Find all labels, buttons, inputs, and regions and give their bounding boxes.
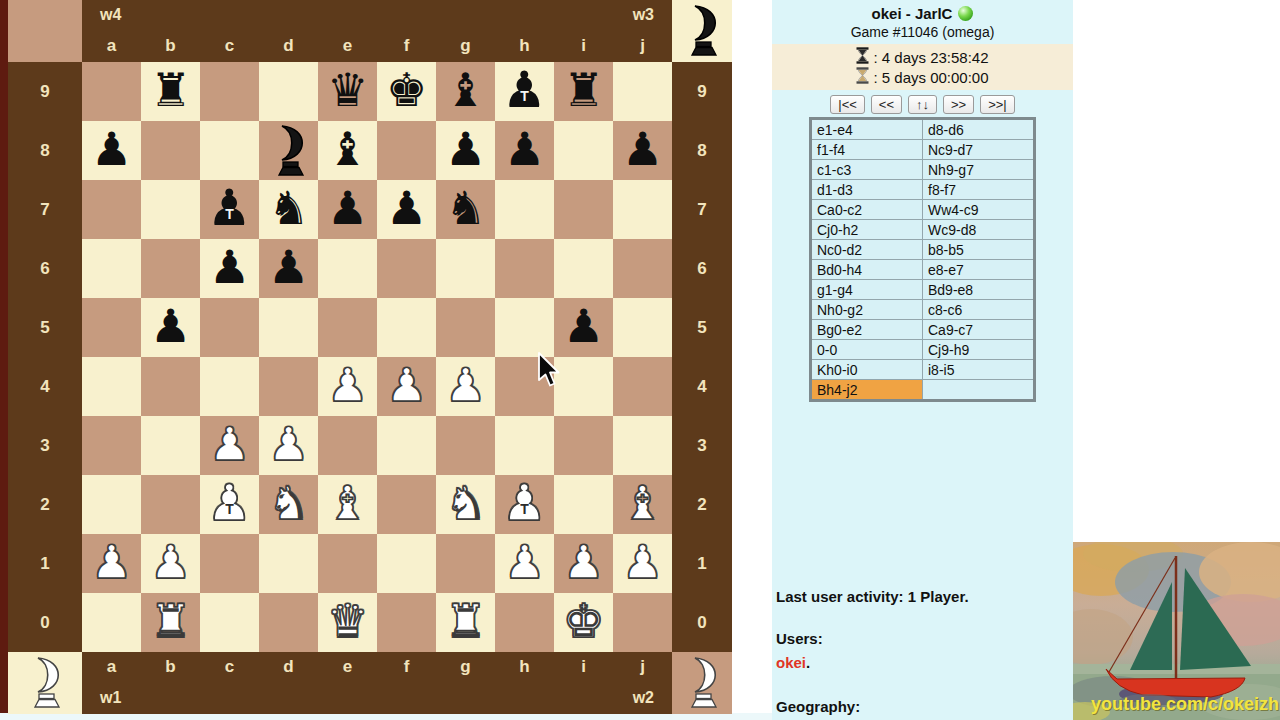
file-label-e: e (318, 657, 377, 677)
square-b3[interactable] (141, 416, 200, 475)
square-c4[interactable] (200, 357, 259, 416)
move-row-8: Bd0-h4e8-e7 (811, 260, 1035, 280)
square-j5[interactable] (613, 298, 672, 357)
square-i3[interactable] (554, 416, 613, 475)
piece-white-pawn[interactable]: ♟ (495, 534, 554, 593)
square-j7[interactable] (613, 180, 672, 239)
square-g3[interactable] (436, 416, 495, 475)
square-c2[interactable]: ♟T (200, 475, 259, 534)
piece-black-pawn[interactable]: ♟ (82, 121, 141, 180)
move-cell-Ww4-c9[interactable]: Ww4-c9 (923, 200, 1035, 220)
piece-white-pawn[interactable]: ♟ (82, 534, 141, 593)
piece-black-bishop[interactable]: ♝ (318, 121, 377, 180)
square-f2[interactable] (377, 475, 436, 534)
rank-label-3-right: 3 (672, 416, 732, 475)
piece-black-wizard[interactable] (259, 121, 318, 180)
square-e8[interactable]: ♝ (318, 121, 377, 180)
square-d1[interactable] (259, 534, 318, 593)
square-b8[interactable] (141, 121, 200, 180)
piece-white-king[interactable]: ♚ (554, 593, 613, 652)
square-g6[interactable] (436, 239, 495, 298)
square-f8[interactable] (377, 121, 436, 180)
file-label-g: g (436, 657, 495, 677)
square-i0[interactable]: ♚ (554, 593, 613, 652)
move-cell-g1-g4[interactable]: g1-g4 (811, 280, 923, 300)
square-a0[interactable] (82, 593, 141, 652)
square-b0[interactable]: ♜ (141, 593, 200, 652)
square-h7[interactable] (495, 180, 554, 239)
mouse-cursor-icon (537, 352, 563, 394)
square-w3[interactable] (672, 0, 732, 62)
square-c8[interactable] (200, 121, 259, 180)
rank-label-4-left: 4 (8, 357, 82, 416)
file-label-d: d (259, 36, 318, 56)
square-c1[interactable] (200, 534, 259, 593)
file-label-i: i (554, 36, 613, 56)
rank-label-9-left: 9 (8, 62, 82, 121)
piece-black-pawn[interactable]: ♟ (200, 239, 259, 298)
square-j8[interactable]: ♟ (613, 121, 672, 180)
corner-label-w3: w3 (633, 6, 654, 24)
square-g9[interactable]: ♝ (436, 62, 495, 121)
move-cell-e1-e4[interactable]: e1-e4 (811, 119, 923, 140)
piece-white-bishop[interactable]: ♝ (613, 475, 672, 534)
piece-black-pawn[interactable]: ♟ (141, 298, 200, 357)
piece-white-rook[interactable]: ♜ (436, 593, 495, 652)
piece-white-bishop[interactable]: ♝ (318, 475, 377, 534)
user-line-period: . (806, 654, 810, 671)
piece-black-knight[interactable]: ♞ (436, 180, 495, 239)
file-label-d: d (259, 657, 318, 677)
square-a7[interactable] (82, 180, 141, 239)
rank-label-1-right: 1 (672, 534, 732, 593)
hourglass-dark-icon (856, 47, 869, 67)
piece-black-bishop[interactable]: ♝ (436, 62, 495, 121)
piece-white-rook[interactable]: ♜ (141, 593, 200, 652)
move-row-10: Nh0-g2c8-c6 (811, 300, 1035, 320)
piece-white-pawn[interactable]: ♟ (200, 416, 259, 475)
square-j4[interactable] (613, 357, 672, 416)
square-d6[interactable]: ♟ (259, 239, 318, 298)
piece-white-pawn[interactable]: ♟ (613, 534, 672, 593)
move-navigation-bar: |<<<<↑↓>>>>| (772, 95, 1073, 114)
move-cell-b8-b5[interactable]: b8-b5 (923, 240, 1035, 260)
piece-black-pawn[interactable]: ♟ (613, 121, 672, 180)
move-row-3: c1-c3Nh9-g7 (811, 160, 1035, 180)
rank-label-7-left: 7 (8, 180, 82, 239)
rank-label-6-right: 6 (672, 239, 732, 298)
corner-label-w2: w2 (633, 689, 654, 707)
corner-label-w4: w4 (100, 6, 121, 24)
clocks-band: : 4 days 23:58:42 : 5 days 00:00:00 (772, 44, 1073, 90)
move-row-13: Kh0-i0i8-i5 (811, 360, 1035, 380)
piece-white-pawn[interactable]: ♟ (377, 357, 436, 416)
board-top-border: w4w3abcdefghij (82, 0, 672, 62)
nav-prev-button[interactable]: << (871, 95, 902, 114)
square-i6[interactable] (554, 239, 613, 298)
rank-label-2-left: 2 (8, 475, 82, 534)
online-status-icon (958, 6, 973, 21)
piece-white-champion[interactable]: ♟T (200, 475, 259, 534)
rank-label-8-left: 8 (8, 121, 82, 180)
rank-label-9-right: 9 (672, 62, 732, 121)
move-list-table: e1-e4d8-d6f1-f4Nc9-d7c1-c3Nh9-g7d1-d3f8-… (809, 117, 1036, 402)
square-c3[interactable]: ♟ (200, 416, 259, 475)
file-label-a: a (82, 36, 141, 56)
square-c6[interactable]: ♟ (200, 239, 259, 298)
move-cell-Cj0-h2[interactable]: Cj0-h2 (811, 220, 923, 240)
white-clock-row: : 4 days 23:58:42 (772, 47, 1073, 67)
user-okei-link[interactable]: okei (776, 654, 806, 671)
board-edge-strip (0, 0, 8, 713)
champion-T-mark: T (495, 89, 554, 103)
move-cell-Bh4-j2[interactable]: Bh4-j2 (811, 380, 923, 401)
square-a6[interactable] (82, 239, 141, 298)
file-labels-row: abcdefghij (82, 652, 672, 682)
users-label: Users: (776, 630, 823, 647)
rank-label-1-left: 1 (8, 534, 82, 593)
corner-label-w1: w1 (100, 689, 121, 707)
move-cell-Nc0-d2[interactable]: Nc0-d2 (811, 240, 923, 260)
square-c5[interactable] (200, 298, 259, 357)
square-f1[interactable] (377, 534, 436, 593)
move-cell-Nh9-g7[interactable]: Nh9-g7 (923, 160, 1035, 180)
square-h3[interactable] (495, 416, 554, 475)
square-i2[interactable] (554, 475, 613, 534)
piece-white-pawn[interactable]: ♟ (318, 357, 377, 416)
square-d4[interactable] (259, 357, 318, 416)
square-c0[interactable] (200, 593, 259, 652)
piece-white-pawn[interactable]: ♟ (259, 416, 318, 475)
square-e4[interactable]: ♟ (318, 357, 377, 416)
file-label-i: i (554, 657, 613, 677)
square-e7[interactable]: ♟ (318, 180, 377, 239)
square-g8[interactable]: ♟ (436, 121, 495, 180)
piece-black-knight[interactable]: ♞ (259, 180, 318, 239)
move-cell-Nc9-d7[interactable]: Nc9-d7 (923, 140, 1035, 160)
square-f4[interactable]: ♟ (377, 357, 436, 416)
square-a3[interactable] (82, 416, 141, 475)
move-cell-Cj9-h9[interactable]: Cj9-h9 (923, 340, 1035, 360)
piece-black-champion[interactable]: ♟T (495, 62, 554, 121)
square-e0[interactable]: ♛ (318, 593, 377, 652)
square-b4[interactable] (141, 357, 200, 416)
file-label-j: j (613, 657, 672, 677)
rank-label-4-right: 4 (672, 357, 732, 416)
piece-black-pawn[interactable]: ♟ (495, 121, 554, 180)
move-cell-e8-e7[interactable]: e8-e7 (923, 260, 1035, 280)
square-e1[interactable] (318, 534, 377, 593)
move-cell-Bd0-h4[interactable]: Bd0-h4 (811, 260, 923, 280)
square-i1[interactable]: ♟ (554, 534, 613, 593)
square-w2[interactable] (672, 652, 732, 714)
move-cell-Wc9-d8[interactable]: Wc9-d8 (923, 220, 1035, 240)
square-g1[interactable] (436, 534, 495, 593)
champion-T-mark: T (200, 502, 259, 516)
piece-white-pawn[interactable]: ♟ (436, 357, 495, 416)
move-row-2: f1-f4Nc9-d7 (811, 140, 1035, 160)
file-label-j: j (613, 36, 672, 56)
piece-black-rook[interactable]: ♜ (141, 62, 200, 121)
user-line: okei. (776, 654, 810, 671)
square-j6[interactable] (613, 239, 672, 298)
file-label-b: b (141, 36, 200, 56)
square-a2[interactable] (82, 475, 141, 534)
board-grid: w4w3abcdefghij9♜♛♚♝♟T♜98♟♝♟♟♟87♟T♞♟♟♞76♟… (8, 0, 732, 714)
square-d8[interactable] (259, 121, 318, 180)
move-cell-d1-d3[interactable]: d1-d3 (811, 180, 923, 200)
game-players-title: okei - JarlC (772, 0, 1073, 22)
square-b7[interactable] (141, 180, 200, 239)
move-cell-Bg0-e2[interactable]: Bg0-e2 (811, 320, 923, 340)
square-f6[interactable] (377, 239, 436, 298)
piece-white-knight[interactable]: ♞ (436, 475, 495, 534)
square-b5[interactable]: ♟ (141, 298, 200, 357)
nav-last-button[interactable]: >>| (980, 95, 1015, 114)
square-g5[interactable] (436, 298, 495, 357)
piece-white-wizard[interactable] (8, 652, 82, 714)
file-label-f: f (377, 36, 436, 56)
file-label-g: g (436, 36, 495, 56)
square-h8[interactable]: ♟ (495, 121, 554, 180)
move-row-4: d1-d3f8-f7 (811, 180, 1035, 200)
piece-black-pawn[interactable]: ♟ (436, 121, 495, 180)
rank-label-6-left: 6 (8, 239, 82, 298)
square-a4[interactable] (82, 357, 141, 416)
players-label: okei - JarlC (872, 5, 953, 22)
move-cell-0-0[interactable]: 0-0 (811, 340, 923, 360)
square-d7[interactable]: ♞ (259, 180, 318, 239)
piece-white-knight[interactable]: ♞ (259, 475, 318, 534)
file-label-c: c (200, 657, 259, 677)
page-bottom-strip (0, 713, 772, 720)
square-e5[interactable] (318, 298, 377, 357)
game-id-label: Game #11046 (omega) (772, 24, 1073, 40)
square-a9[interactable] (82, 62, 141, 121)
piece-white-wizard[interactable] (672, 652, 732, 714)
square-g0[interactable]: ♜ (436, 593, 495, 652)
move-cell-Bd9-e8[interactable]: Bd9-e8 (923, 280, 1035, 300)
square-d9[interactable] (259, 62, 318, 121)
square-j1[interactable]: ♟ (613, 534, 672, 593)
file-labels-row: abcdefghij (82, 30, 672, 62)
white-clock-value: : 4 days 23:58:42 (873, 49, 988, 66)
nav-next-button[interactable]: >> (943, 95, 974, 114)
move-row-5: Ca0-c2Ww4-c9 (811, 200, 1035, 220)
rank-label-8-right: 8 (672, 121, 732, 180)
rank-label-0-right: 0 (672, 593, 732, 652)
rank-label-7-right: 7 (672, 180, 732, 239)
piece-white-queen[interactable]: ♛ (318, 593, 377, 652)
square-j2[interactable]: ♝ (613, 475, 672, 534)
last-activity-text: Last user activity: 1 Player. (776, 588, 969, 605)
move-row-14: Bh4-j2 (811, 380, 1035, 401)
piece-black-pawn[interactable]: ♟ (554, 298, 613, 357)
move-row-6: Cj0-h2Wc9-d8 (811, 220, 1035, 240)
rank-label-2-right: 2 (672, 475, 732, 534)
piece-black-rook[interactable]: ♜ (554, 62, 613, 121)
black-clock-row: : 5 days 00:00:00 (772, 67, 1073, 87)
black-clock-value: : 5 days 00:00:00 (873, 69, 988, 86)
piece-black-pawn[interactable]: ♟ (259, 239, 318, 298)
square-j0[interactable] (613, 593, 672, 652)
square-i7[interactable] (554, 180, 613, 239)
move-row-11: Bg0-e2Ca9-c7 (811, 320, 1035, 340)
piece-white-pawn[interactable]: ♟ (554, 534, 613, 593)
square-d0[interactable] (259, 593, 318, 652)
rank-label-5-right: 5 (672, 298, 732, 357)
square-f7[interactable]: ♟ (377, 180, 436, 239)
move-cell-f1-f4[interactable]: f1-f4 (811, 140, 923, 160)
move-cell-Ca0-c2[interactable]: Ca0-c2 (811, 200, 923, 220)
square-i8[interactable] (554, 121, 613, 180)
square-d2[interactable]: ♞ (259, 475, 318, 534)
rank-label-0-left: 0 (8, 593, 82, 652)
nav-flip-button[interactable]: ↑↓ (908, 95, 937, 114)
move-row-9: g1-g4Bd9-e8 (811, 280, 1035, 300)
piece-black-pawn[interactable]: ♟ (318, 180, 377, 239)
champion-T-mark: T (495, 502, 554, 516)
game-info-panel: okei - JarlC Game #11046 (omega) : 4 day… (772, 0, 1073, 720)
file-label-h: h (495, 36, 554, 56)
square-f5[interactable] (377, 298, 436, 357)
move-row-12: 0-0Cj9-h9 (811, 340, 1035, 360)
move-cell-d8-d6[interactable]: d8-d6 (923, 119, 1035, 140)
move-row-1: e1-e4d8-d6 (811, 119, 1035, 140)
square-f9[interactable]: ♚ (377, 62, 436, 121)
move-cell-i8-i5[interactable]: i8-i5 (923, 360, 1035, 380)
file-label-b: b (141, 657, 200, 677)
piece-black-champion[interactable]: ♟T (200, 180, 259, 239)
square-d3[interactable]: ♟ (259, 416, 318, 475)
piece-white-champion[interactable]: ♟T (495, 475, 554, 534)
move-cell-Nh0-g2[interactable]: Nh0-g2 (811, 300, 923, 320)
move-cell-c8-c6[interactable]: c8-c6 (923, 300, 1035, 320)
geography-label: Geography: (776, 698, 860, 715)
square-h5[interactable] (495, 298, 554, 357)
square-b1[interactable]: ♟ (141, 534, 200, 593)
square-w1[interactable] (8, 652, 82, 714)
move-cell-empty (923, 380, 1035, 401)
champion-T-mark: T (200, 207, 259, 221)
square-e3[interactable] (318, 416, 377, 475)
youtube-watermark: youtube.com/c/okeizh (1091, 694, 1280, 715)
square-h1[interactable]: ♟ (495, 534, 554, 593)
square-i5[interactable]: ♟ (554, 298, 613, 357)
square-c7[interactable]: ♟T (200, 180, 259, 239)
square-f3[interactable] (377, 416, 436, 475)
file-label-h: h (495, 657, 554, 677)
piece-black-pawn[interactable]: ♟ (377, 180, 436, 239)
move-row-7: Nc0-d2b8-b5 (811, 240, 1035, 260)
square-e9[interactable]: ♛ (318, 62, 377, 121)
square-g2[interactable]: ♞ (436, 475, 495, 534)
square-g7[interactable]: ♞ (436, 180, 495, 239)
square-a8[interactable]: ♟ (82, 121, 141, 180)
move-cell-c1-c3[interactable]: c1-c3 (811, 160, 923, 180)
square-b2[interactable] (141, 475, 200, 534)
square-j3[interactable] (613, 416, 672, 475)
square-c9[interactable] (200, 62, 259, 121)
square-h2[interactable]: ♟T (495, 475, 554, 534)
square-d5[interactable] (259, 298, 318, 357)
square-e6[interactable] (318, 239, 377, 298)
move-list-body: e1-e4d8-d6f1-f4Nc9-d7c1-c3Nh9-g7d1-d3f8-… (811, 119, 1035, 401)
square-h0[interactable] (495, 593, 554, 652)
hourglass-light-icon (856, 67, 869, 87)
board-bottom-border: abcdefghijw1w2 (82, 652, 672, 714)
piece-black-queen[interactable]: ♛ (318, 62, 377, 121)
move-cell-Kh0-i0[interactable]: Kh0-i0 (811, 360, 923, 380)
square-e2[interactable]: ♝ (318, 475, 377, 534)
piece-black-king[interactable]: ♚ (377, 62, 436, 121)
file-label-a: a (82, 657, 141, 677)
square-h9[interactable]: ♟T (495, 62, 554, 121)
move-cell-Ca9-c7[interactable]: Ca9-c7 (923, 320, 1035, 340)
rank-label-5-left: 5 (8, 298, 82, 357)
move-cell-f8-f7[interactable]: f8-f7 (923, 180, 1035, 200)
square-f0[interactable] (377, 593, 436, 652)
piece-white-pawn[interactable]: ♟ (141, 534, 200, 593)
square-a5[interactable] (82, 298, 141, 357)
square-w4[interactable] (8, 0, 82, 62)
square-i9[interactable]: ♜ (554, 62, 613, 121)
square-b9[interactable]: ♜ (141, 62, 200, 121)
square-g4[interactable]: ♟ (436, 357, 495, 416)
file-label-e: e (318, 36, 377, 56)
square-b6[interactable] (141, 239, 200, 298)
piece-black-wizard[interactable] (672, 0, 732, 62)
file-label-c: c (200, 36, 259, 56)
square-h6[interactable] (495, 239, 554, 298)
square-j9[interactable] (613, 62, 672, 121)
rank-label-3-left: 3 (8, 416, 82, 475)
nav-first-button[interactable]: |<< (830, 95, 865, 114)
square-a1[interactable]: ♟ (82, 534, 141, 593)
file-label-f: f (377, 657, 436, 677)
